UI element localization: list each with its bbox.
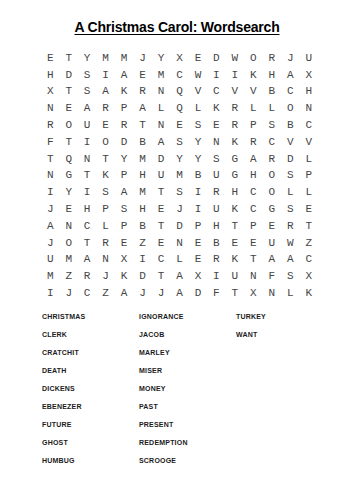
grid-cell: D — [281, 151, 299, 168]
grid-cell: I — [96, 67, 114, 84]
grid-cell: K — [226, 201, 244, 218]
grid-cell: J — [152, 285, 170, 302]
word-list-item: IGNORANCE — [139, 313, 236, 331]
grid-cell: R — [96, 100, 114, 117]
grid-cell: K — [226, 252, 244, 269]
grid-cell: S — [189, 117, 207, 134]
grid-cell: V — [189, 84, 207, 101]
grid-cell: A — [133, 100, 151, 117]
grid-cell: C — [281, 84, 299, 101]
grid-cell: J — [170, 201, 188, 218]
grid-cell: F — [207, 285, 225, 302]
grid-cell: C — [78, 218, 96, 235]
grid-cell: L — [189, 100, 207, 117]
word-list-item: REDEMPTION — [139, 439, 236, 457]
grid-cell: Z — [300, 235, 318, 252]
word-list-item: FUTURE — [42, 421, 139, 439]
grid-cell: S — [170, 184, 188, 201]
grid-cell: H — [300, 84, 318, 101]
grid-cell: C — [263, 134, 281, 151]
grid-cell: O — [281, 100, 299, 117]
grid-cell: E — [152, 235, 170, 252]
grid-cell: R — [226, 100, 244, 117]
grid-cell: Y — [152, 50, 170, 67]
grid-cell: C — [170, 67, 188, 84]
grid-cell: X — [115, 252, 133, 269]
grid-cell: K — [226, 134, 244, 151]
grid-cell: T — [244, 252, 262, 269]
grid-cell: J — [133, 285, 151, 302]
grid-cell: I — [207, 268, 225, 285]
grid-cell: A — [115, 184, 133, 201]
grid-cell: N — [152, 117, 170, 134]
word-list-item: JACOB — [139, 331, 236, 349]
grid-cell: S — [263, 117, 281, 134]
grid-cell: T — [226, 218, 244, 235]
grid-cell: P — [115, 100, 133, 117]
grid-cell: D — [207, 50, 225, 67]
grid-cell: Y — [189, 151, 207, 168]
wordsearch-grid: ETYMMJYXEDWORJUHDSIAEMCWIIKHAXXTSAKRNQVC… — [41, 50, 318, 302]
grid-cell: N — [96, 252, 114, 269]
grid-cell: T — [152, 268, 170, 285]
grid-cell: A — [78, 100, 96, 117]
word-list-column-2: IGNORANCEJACOBMARLEYMISERMONEYPASTPRESEN… — [139, 313, 236, 475]
grid-cell: R — [263, 50, 281, 67]
grid-cell: I — [78, 134, 96, 151]
grid-cell: D — [59, 67, 77, 84]
grid-cell: V — [244, 84, 262, 101]
grid-cell: A — [170, 268, 188, 285]
grid-cell: R — [207, 184, 225, 201]
grid-cell: C — [300, 117, 318, 134]
grid-cell: I — [41, 184, 59, 201]
word-list-item: MISER — [139, 367, 236, 385]
grid-cell: M — [133, 151, 151, 168]
grid-cell: P — [96, 201, 114, 218]
grid-cell: U — [226, 268, 244, 285]
grid-cell: H — [41, 67, 59, 84]
grid-cell: L — [281, 285, 299, 302]
grid-cell: X — [189, 268, 207, 285]
grid-cell: H — [133, 168, 151, 185]
grid-cell: L — [263, 100, 281, 117]
grid-cell: K — [115, 268, 133, 285]
grid-cell: F — [263, 268, 281, 285]
grid-cell: R — [133, 84, 151, 101]
grid-cell: S — [281, 168, 299, 185]
word-list-item: SCROOGE — [139, 457, 236, 475]
word-list: CHRISTMASCLERKCRATCHITDEATHDICKENSEBENEZ… — [42, 313, 334, 475]
grid-cell: T — [78, 235, 96, 252]
grid-cell: I — [226, 67, 244, 84]
grid-cell: K — [207, 100, 225, 117]
grid-cell: U — [41, 252, 59, 269]
grid-cell: P — [244, 218, 262, 235]
grid-cell: U — [300, 50, 318, 67]
grid-cell: K — [96, 168, 114, 185]
grid-cell: G — [263, 201, 281, 218]
grid-cell: T — [59, 134, 77, 151]
grid-cell: E — [59, 201, 77, 218]
grid-cell: Z — [59, 268, 77, 285]
grid-cell: I — [189, 184, 207, 201]
grid-cell: T — [133, 117, 151, 134]
grid-cell: T — [152, 218, 170, 235]
grid-cell: R — [281, 218, 299, 235]
grid-cell: T — [96, 151, 114, 168]
grid-cell: H — [226, 184, 244, 201]
grid-cell: R — [263, 151, 281, 168]
grid-cell: O — [263, 168, 281, 185]
grid-cell: U — [263, 235, 281, 252]
grid-cell: A — [244, 151, 262, 168]
grid-cell: E — [96, 117, 114, 134]
grid-cell: P — [189, 218, 207, 235]
grid-cell: A — [263, 252, 281, 269]
page-title: A Christmas Carol: Wordsearch — [0, 19, 354, 35]
grid-cell: B — [133, 134, 151, 151]
grid-cell: R — [96, 235, 114, 252]
grid-cell: X — [41, 84, 59, 101]
grid-cell: P — [115, 218, 133, 235]
grid-cell: E — [152, 201, 170, 218]
grid-cell: Y — [78, 50, 96, 67]
grid-cell: M — [152, 67, 170, 84]
grid-cell: V — [226, 84, 244, 101]
word-list-item: GHOST — [42, 439, 139, 457]
grid-cell: A — [115, 67, 133, 84]
grid-cell: B — [207, 235, 225, 252]
grid-cell: R — [207, 252, 225, 269]
grid-cell: E — [115, 235, 133, 252]
grid-cell: V — [281, 134, 299, 151]
grid-cell: Z — [133, 235, 151, 252]
word-list-item: PRESENT — [139, 421, 236, 439]
grid-cell: R — [41, 117, 59, 134]
grid-cell: Y — [189, 134, 207, 151]
grid-cell: G — [59, 168, 77, 185]
word-list-item: DICKENS — [42, 385, 139, 403]
grid-cell: H — [263, 67, 281, 84]
grid-cell: C — [244, 201, 262, 218]
grid-cell: P — [244, 117, 262, 134]
grid-cell: Y — [59, 184, 77, 201]
grid-cell: P — [115, 168, 133, 185]
grid-cell: Y — [170, 151, 188, 168]
grid-cell: C — [152, 252, 170, 269]
grid-cell: I — [189, 201, 207, 218]
grid-cell: J — [133, 50, 151, 67]
grid-cell: S — [115, 201, 133, 218]
grid-cell: E — [41, 50, 59, 67]
grid-cell: L — [281, 184, 299, 201]
grid-cell: A — [78, 252, 96, 269]
grid-cell: D — [152, 151, 170, 168]
grid-cell: D — [133, 268, 151, 285]
grid-cell: D — [170, 218, 188, 235]
grid-cell: H — [244, 168, 262, 185]
grid-cell: O — [59, 117, 77, 134]
grid-cell: E — [189, 235, 207, 252]
grid-cell: S — [170, 134, 188, 151]
grid-cell: R — [78, 268, 96, 285]
grid-cell: N — [59, 218, 77, 235]
grid-cell: Q — [59, 151, 77, 168]
grid-cell: U — [78, 117, 96, 134]
word-list-item: CLERK — [42, 331, 139, 349]
grid-cell: E — [226, 235, 244, 252]
grid-cell: C — [244, 184, 262, 201]
grid-cell: N — [41, 100, 59, 117]
grid-cell: T — [41, 151, 59, 168]
grid-cell: B — [133, 218, 151, 235]
grid-cell: N — [170, 235, 188, 252]
grid-cell: X — [244, 285, 262, 302]
grid-cell: C — [207, 84, 225, 101]
word-list-item: HUMBUG — [42, 457, 139, 475]
grid-cell: M — [41, 268, 59, 285]
word-list-item: DEATH — [42, 367, 139, 385]
grid-cell: B — [189, 168, 207, 185]
grid-cell: L — [244, 100, 262, 117]
grid-cell: H — [78, 201, 96, 218]
grid-cell: V — [300, 134, 318, 151]
grid-cell: C — [300, 252, 318, 269]
grid-cell: A — [170, 285, 188, 302]
grid-cell: N — [300, 100, 318, 117]
word-list-item: MONEY — [139, 385, 236, 403]
grid-cell: U — [152, 168, 170, 185]
grid-cell: N — [244, 268, 262, 285]
grid-cell: T — [300, 218, 318, 235]
grid-cell: L — [300, 184, 318, 201]
grid-cell: M — [133, 184, 151, 201]
grid-cell: K — [244, 67, 262, 84]
grid-cell: N — [41, 168, 59, 185]
grid-cell: J — [59, 285, 77, 302]
grid-cell: A — [281, 67, 299, 84]
grid-cell: D — [115, 134, 133, 151]
grid-cell: S — [281, 268, 299, 285]
word-list-item: WANT — [236, 331, 333, 349]
worksheet-page: A Christmas Carol: Wordsearch ETYMMJYXED… — [0, 0, 354, 500]
grid-cell: E — [170, 117, 188, 134]
grid-cell: U — [207, 201, 225, 218]
grid-cell: Y — [115, 151, 133, 168]
grid-cell: N — [207, 134, 225, 151]
grid-cell: R — [226, 117, 244, 134]
grid-cell: H — [207, 218, 225, 235]
grid-cell: M — [170, 168, 188, 185]
grid-cell: O — [96, 134, 114, 151]
word-list-item: TURKEY — [236, 313, 333, 331]
grid-cell: E — [263, 218, 281, 235]
grid-cell: J — [96, 268, 114, 285]
grid-cell: P — [300, 168, 318, 185]
grid-cell: I — [133, 252, 151, 269]
grid-cell: J — [41, 235, 59, 252]
grid-cell: C — [78, 285, 96, 302]
grid-cell: A — [115, 285, 133, 302]
grid-cell: N — [263, 285, 281, 302]
grid-cell: X — [300, 67, 318, 84]
word-list-item: CHRISTMAS — [42, 313, 139, 331]
grid-cell: O — [263, 184, 281, 201]
word-list-item: CRATCHIT — [42, 349, 139, 367]
grid-cell: J — [281, 50, 299, 67]
grid-cell: T — [226, 285, 244, 302]
grid-cell: K — [300, 285, 318, 302]
word-list-column-1: CHRISTMASCLERKCRATCHITDEATHDICKENSEBENEZ… — [42, 313, 139, 475]
grid-cell: A — [41, 218, 59, 235]
grid-cell: T — [59, 84, 77, 101]
grid-cell: A — [281, 252, 299, 269]
grid-cell: X — [170, 50, 188, 67]
grid-cell: L — [152, 100, 170, 117]
grid-cell: G — [226, 151, 244, 168]
grid-cell: E — [300, 201, 318, 218]
grid-cell: Q — [170, 84, 188, 101]
grid-cell: M — [96, 50, 114, 67]
grid-cell: Z — [96, 285, 114, 302]
grid-cell: N — [78, 151, 96, 168]
grid-cell: B — [263, 84, 281, 101]
grid-cell: E — [244, 235, 262, 252]
word-list-item: PAST — [139, 403, 236, 421]
grid-cell: W — [189, 67, 207, 84]
grid-cell: B — [281, 117, 299, 134]
grid-cell: L — [300, 151, 318, 168]
grid-cell: T — [78, 168, 96, 185]
grid-cell: E — [207, 117, 225, 134]
grid-cell: A — [96, 84, 114, 101]
grid-cell: E — [189, 252, 207, 269]
grid-cell: Q — [170, 100, 188, 117]
grid-cell: I — [78, 184, 96, 201]
grid-cell: W — [226, 50, 244, 67]
grid-cell: H — [133, 201, 151, 218]
grid-cell: W — [281, 235, 299, 252]
grid-cell: T — [59, 50, 77, 67]
grid-cell: S — [96, 184, 114, 201]
grid-cell: L — [170, 252, 188, 269]
grid-cell: G — [226, 168, 244, 185]
grid-cell: R — [244, 134, 262, 151]
grid-cell: D — [189, 285, 207, 302]
grid-cell: M — [59, 252, 77, 269]
grid-cell: I — [41, 285, 59, 302]
grid-cell: L — [96, 218, 114, 235]
grid-cell: S — [78, 67, 96, 84]
word-list-column-3: TURKEYWANT — [236, 313, 333, 349]
grid-cell: X — [300, 268, 318, 285]
grid-cell: K — [115, 84, 133, 101]
grid-cell: S — [207, 151, 225, 168]
grid-cell: J — [41, 201, 59, 218]
grid-cell: N — [152, 84, 170, 101]
grid-cell: E — [189, 50, 207, 67]
grid-cell: A — [152, 134, 170, 151]
grid-cell: M — [115, 50, 133, 67]
word-list-item: MARLEY — [139, 349, 236, 367]
grid-cell: O — [59, 235, 77, 252]
grid-cell: T — [152, 184, 170, 201]
word-list-item: EBENEZER — [42, 403, 139, 421]
grid-cell: R — [115, 117, 133, 134]
grid-cell: F — [41, 134, 59, 151]
grid-cell: U — [207, 168, 225, 185]
grid-cell: S — [281, 201, 299, 218]
grid-cell: O — [244, 50, 262, 67]
grid-cell: E — [133, 67, 151, 84]
grid-cell: I — [207, 67, 225, 84]
grid-cell: E — [59, 100, 77, 117]
grid-cell: S — [78, 84, 96, 101]
